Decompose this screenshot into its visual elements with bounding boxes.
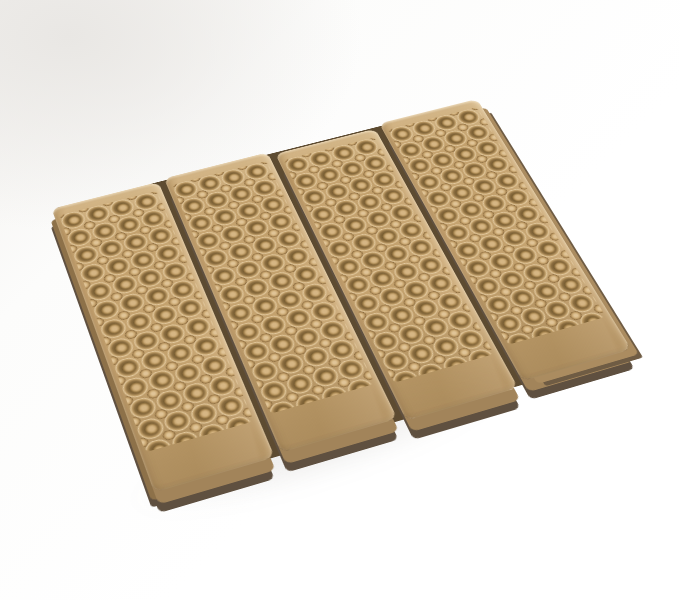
product-photo — [0, 0, 680, 600]
